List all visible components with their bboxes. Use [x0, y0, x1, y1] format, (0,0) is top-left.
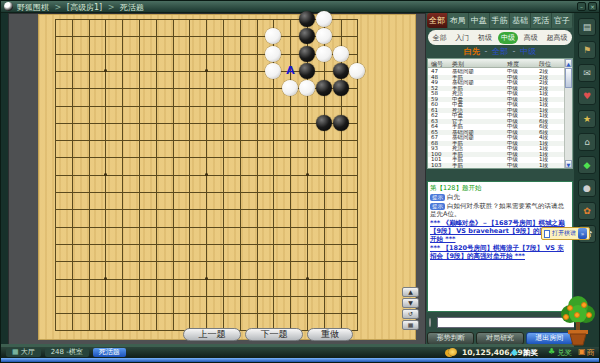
- white-stone: [265, 63, 281, 79]
- black-stone: [299, 28, 315, 44]
- prev-problem-button[interactable]: 上一题: [183, 328, 241, 341]
- chat-message-hint: 提示白如何对杀获胜？如果需要紧气的话请总是先A位。: [430, 202, 570, 218]
- scroll-down-icon[interactable]: ▼: [565, 160, 572, 168]
- breadcrumb: 野狐围棋 > [高级房1] > 死活题: [17, 2, 144, 13]
- board-tool-button-1[interactable]: ▲: [402, 287, 419, 297]
- taskbar-tab-3[interactable]: 死活题: [93, 348, 126, 357]
- table-body: 47基础问题中级2段48手筋中级2段49基础问题中级2段52手筋中级2段58死活…: [428, 69, 564, 168]
- board-tool-button-3[interactable]: ↺: [402, 309, 419, 319]
- money-tree-icon[interactable]: [556, 294, 600, 350]
- favorites-icon[interactable]: ★: [578, 110, 596, 128]
- table-scrollbar[interactable]: ▲ ▼: [564, 59, 572, 168]
- black-stone: [333, 63, 349, 79]
- breadcrumb-room[interactable]: [高级房1]: [67, 3, 102, 12]
- title-bar: 野狐围棋 > [高级房1] > 死活题 – ×: [0, 0, 600, 13]
- chat-message-hint: 提示白先: [430, 193, 570, 201]
- black-stone: [316, 80, 332, 96]
- filter-line: 白先 - 全部 - 中级: [427, 47, 573, 57]
- hint-text: 白如何对杀获胜？如果需要紧气的话请总是先A位。: [430, 202, 564, 218]
- black-stone: [299, 11, 315, 27]
- column-header: 段位: [536, 59, 564, 68]
- category-tab-bar: 全部布局中盘手筋基础死活官子: [427, 13, 573, 28]
- minimize-icon[interactable]: –: [577, 2, 586, 11]
- problem-list-panel: 编号类别难度段位 47基础问题中级2段48手筋中级2段49基础问题中级2段52手…: [427, 58, 573, 169]
- table-header: 编号类别难度段位: [428, 59, 572, 68]
- room-list-icon[interactable]: ▤: [578, 18, 596, 36]
- close-icon[interactable]: ×: [588, 2, 597, 11]
- black-stone: [299, 63, 315, 79]
- white-stone: [316, 46, 332, 62]
- vip-recharge-icon[interactable]: ♥: [578, 87, 596, 105]
- star-point: [104, 173, 107, 176]
- tab-官子[interactable]: 官子: [552, 13, 573, 28]
- star-point: [306, 173, 309, 176]
- point-label-A[interactable]: A: [286, 65, 295, 76]
- white-stone: [333, 46, 349, 62]
- task-flag-icon[interactable]: ⚑: [578, 41, 596, 59]
- grid-line: [55, 261, 358, 262]
- board-tool-column: ▲▼↺▦: [402, 287, 420, 331]
- app-name: 野狐围棋: [17, 3, 49, 12]
- grid-line: [55, 192, 358, 193]
- star-point: [104, 277, 107, 280]
- hint-text: 白先: [447, 193, 460, 201]
- level-tab-超高级[interactable]: 超高级: [544, 32, 571, 44]
- board-tool-button-2[interactable]: ▼: [402, 298, 419, 308]
- taskbar: ▦大厅248 -棋室死活题: [6, 348, 126, 357]
- activity-icon[interactable]: ✿: [578, 202, 596, 220]
- grid-line: [55, 209, 358, 210]
- record-icon[interactable]: ●: [578, 179, 596, 197]
- white-stone: [265, 46, 281, 62]
- grid-line: [223, 19, 224, 331]
- level-tab-bar: 全部入门初级中级高级超高级: [428, 30, 572, 45]
- record-doc-icon: [544, 230, 550, 238]
- column-header: 类别: [449, 59, 504, 68]
- app-window: 野狐围棋 > [高级房1] > 死活题 – × A ▲▼↺▦ 上一题 下一题 重…: [0, 0, 600, 363]
- tab-手筋[interactable]: 手筋: [490, 13, 511, 28]
- white-stone: [282, 80, 298, 96]
- filter-separator: -: [513, 47, 516, 56]
- level-tab-初级[interactable]: 初级: [475, 32, 495, 44]
- board-tool-button-4[interactable]: ▦: [402, 320, 419, 330]
- filter-color[interactable]: 白先: [464, 47, 480, 56]
- tab-布局[interactable]: 布局: [448, 13, 469, 28]
- star-point: [306, 277, 309, 280]
- home-icon[interactable]: ⌂: [578, 133, 596, 151]
- mail-icon[interactable]: ✉: [578, 64, 596, 82]
- star-point: [104, 69, 107, 72]
- white-stone: [265, 28, 281, 44]
- tab-全部[interactable]: 全部: [427, 13, 448, 28]
- black-stone: [299, 46, 315, 62]
- next-problem-button[interactable]: 下一题: [245, 328, 303, 341]
- taskbar-tab-1[interactable]: ▦大厅: [6, 348, 41, 357]
- tooltip-more-button[interactable]: »: [578, 228, 587, 239]
- grid-line: [240, 19, 241, 331]
- go-board[interactable]: A: [38, 14, 416, 340]
- breadcrumb-separator: >: [108, 3, 115, 12]
- column-header: 编号: [428, 59, 449, 68]
- emoticon-white-icon[interactable]: [429, 318, 431, 327]
- star-point: [205, 277, 208, 280]
- black-stone: [316, 115, 332, 131]
- white-stone: [316, 11, 332, 27]
- redeem-icon: ♣: [548, 347, 555, 356]
- open-record-tooltip[interactable]: 打开棋谱 »: [541, 227, 590, 240]
- level-tab-入门[interactable]: 入门: [452, 32, 472, 44]
- tab-基础[interactable]: 基础: [510, 13, 531, 28]
- window-bottom-edge: [0, 358, 600, 363]
- tooltip-label: 打开棋谱: [552, 229, 576, 238]
- black-stone: [333, 115, 349, 131]
- star-point: [205, 173, 208, 176]
- scroll-thumb[interactable]: [565, 68, 572, 88]
- grid-line: [324, 19, 325, 331]
- white-stone: [316, 28, 332, 44]
- coins-icon: [448, 348, 457, 356]
- black-stone: [333, 80, 349, 96]
- white-stone: [299, 80, 315, 96]
- diamond-icon: ◆: [511, 347, 518, 357]
- white-stone: [349, 63, 365, 79]
- chat-message-link[interactable]: *** 【1820号房间】棋海浪子【7段】 VS 东招会【9段】的高强对垒开始 …: [430, 244, 570, 260]
- level-tab-高级[interactable]: 高级: [521, 32, 541, 44]
- app-logo-icon: [4, 2, 13, 11]
- scroll-up-icon[interactable]: ▲: [565, 59, 572, 67]
- bottom-bar: ▦大厅248 -棋室死活题 10,125,406,193 ◆ 抽奖 ♣ 兑奖 ▣…: [0, 347, 600, 358]
- redo-button[interactable]: 重做: [307, 328, 353, 341]
- gem-icon[interactable]: ◆: [578, 156, 596, 174]
- filter-scope[interactable]: 全部: [492, 47, 508, 56]
- level-tab-全部[interactable]: 全部: [429, 32, 449, 44]
- hint-badge: 提示: [430, 203, 445, 210]
- filter-separator: -: [485, 47, 488, 56]
- chat-input-row: 发表 ↗: [427, 314, 573, 330]
- breadcrumb-page[interactable]: 死活题: [120, 3, 144, 12]
- level-tab-中级[interactable]: 中级: [498, 32, 518, 44]
- grid-line: [55, 227, 358, 228]
- grid-line: [55, 244, 358, 245]
- lottery-button[interactable]: 抽奖: [523, 348, 538, 358]
- column-header: 难度: [504, 59, 536, 68]
- tab-中盘[interactable]: 中盘: [469, 13, 490, 28]
- coin-balance: 10,125,406,193: [462, 348, 528, 357]
- hint-badge: 提示: [430, 194, 445, 201]
- taskbar-tab-label: 死活题: [99, 348, 120, 356]
- grid-line: [55, 296, 358, 297]
- star-point: [205, 69, 208, 72]
- chat-panel: 第【128】题开始提示白先提示白如何对杀获胜？如果需要紧气的话请总是先A位。**…: [427, 181, 573, 312]
- breadcrumb-separator: >: [55, 3, 62, 12]
- tab-死活[interactable]: 死活: [531, 13, 552, 28]
- taskbar-tab-2[interactable]: 248 -棋室: [45, 348, 89, 357]
- filter-level[interactable]: 中级: [520, 47, 536, 56]
- grid-icon: ▦: [12, 348, 19, 356]
- taskbar-tab-label: 248 -棋室: [51, 348, 83, 356]
- taskbar-tab-label: 大厅: [21, 348, 35, 356]
- grid-line: [55, 313, 358, 314]
- grid-line: [257, 19, 258, 331]
- chat-message-system: 第【128】题开始: [430, 184, 570, 192]
